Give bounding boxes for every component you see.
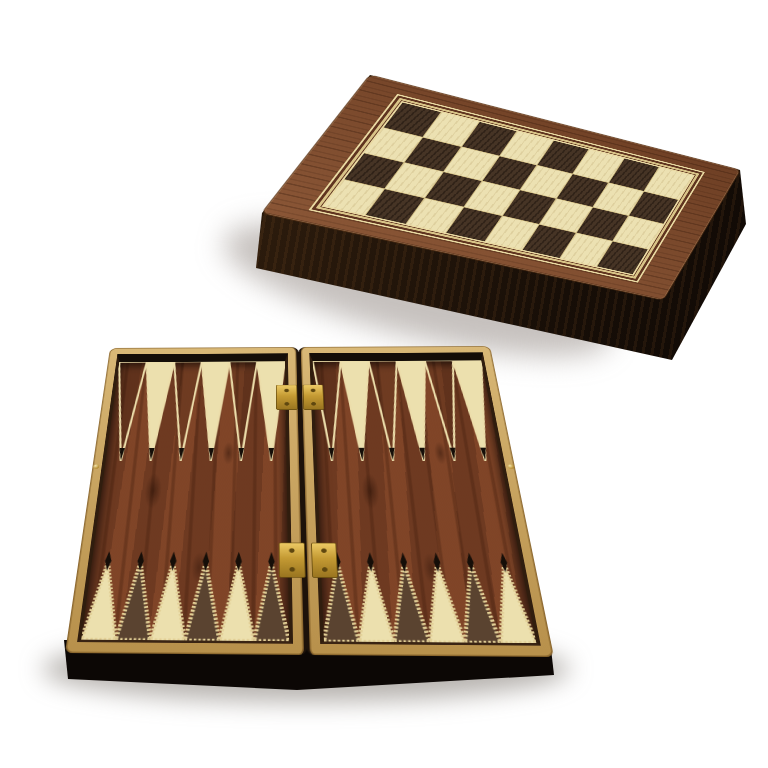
point-bottom-left-4 bbox=[185, 562, 223, 641]
point-bottom-left-5 bbox=[219, 562, 255, 641]
point-bottom-right-3 bbox=[387, 563, 430, 643]
product-photo-backgammon-set bbox=[0, 0, 768, 768]
point-top-left-6 bbox=[256, 361, 286, 461]
open-backgammon-board bbox=[65, 346, 554, 657]
point-top-left-5 bbox=[226, 361, 257, 460]
hinge-plate bbox=[311, 543, 339, 578]
hinge-top bbox=[276, 385, 324, 410]
board-half-left bbox=[65, 347, 307, 655]
point-top-right-6 bbox=[453, 360, 501, 460]
field-left bbox=[77, 353, 293, 643]
board-half-right bbox=[298, 346, 554, 657]
point-bottom-left-2 bbox=[116, 562, 157, 641]
latch-pin-right bbox=[507, 464, 514, 469]
hinge-plate bbox=[302, 385, 324, 410]
field-right bbox=[309, 352, 541, 645]
hinge-bottom bbox=[279, 543, 338, 578]
point-top-right-1 bbox=[313, 361, 347, 461]
point-top-left-1 bbox=[106, 362, 147, 461]
points-right bbox=[313, 360, 537, 643]
point-top-left-4 bbox=[196, 362, 230, 461]
point-tip-mark bbox=[104, 551, 113, 570]
hinge-plate bbox=[279, 543, 306, 578]
point-tip-mark bbox=[238, 448, 244, 460]
points-left bbox=[81, 361, 289, 641]
point-tip-mark bbox=[137, 551, 145, 570]
point-bottom-left-3 bbox=[150, 562, 189, 641]
point-bottom-right-4 bbox=[420, 563, 465, 643]
hinge-plate bbox=[276, 385, 297, 410]
point-tip-mark bbox=[359, 448, 366, 461]
point-bottom-right-2 bbox=[354, 563, 394, 642]
